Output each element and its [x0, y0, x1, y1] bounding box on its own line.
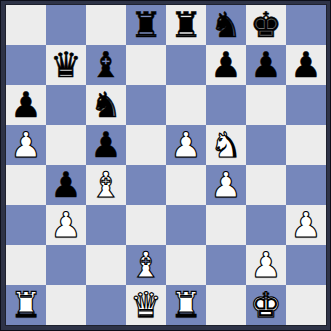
- square-f4[interactable]: ♟: [206, 165, 246, 205]
- black-pawn[interactable]: ♟: [290, 45, 321, 85]
- square-a6[interactable]: ♟: [6, 85, 46, 125]
- square-c5[interactable]: ♟: [86, 125, 126, 165]
- white-knight[interactable]: ♞: [210, 125, 241, 165]
- square-a1[interactable]: ♜: [6, 285, 46, 325]
- square-f7[interactable]: ♟: [206, 45, 246, 85]
- black-pawn[interactable]: ♟: [10, 85, 41, 125]
- square-h8[interactable]: [286, 5, 326, 45]
- square-e7[interactable]: [166, 45, 206, 85]
- white-pawn[interactable]: ♟: [50, 205, 81, 245]
- black-rook[interactable]: ♜: [170, 5, 201, 45]
- white-queen[interactable]: ♛: [130, 285, 161, 325]
- square-h1[interactable]: [286, 285, 326, 325]
- square-e2[interactable]: [166, 245, 206, 285]
- square-c8[interactable]: [86, 5, 126, 45]
- black-knight[interactable]: ♞: [210, 5, 241, 45]
- black-pawn[interactable]: ♟: [90, 125, 121, 165]
- square-g8[interactable]: ♚: [246, 5, 286, 45]
- square-h2[interactable]: [286, 245, 326, 285]
- square-d2[interactable]: ♝: [126, 245, 166, 285]
- square-g2[interactable]: ♟: [246, 245, 286, 285]
- square-f1[interactable]: [206, 285, 246, 325]
- square-f2[interactable]: [206, 245, 246, 285]
- square-d4[interactable]: [126, 165, 166, 205]
- square-d3[interactable]: [126, 205, 166, 245]
- square-d1[interactable]: ♛: [126, 285, 166, 325]
- black-rook[interactable]: ♜: [130, 5, 161, 45]
- square-b8[interactable]: [46, 5, 86, 45]
- square-h3[interactable]: ♟: [286, 205, 326, 245]
- square-a4[interactable]: [6, 165, 46, 205]
- square-g5[interactable]: [246, 125, 286, 165]
- square-a8[interactable]: [6, 5, 46, 45]
- square-a5[interactable]: ♟: [6, 125, 46, 165]
- white-rook[interactable]: ♜: [10, 285, 41, 325]
- square-a2[interactable]: [6, 245, 46, 285]
- white-rook[interactable]: ♜: [170, 285, 201, 325]
- black-bishop[interactable]: ♝: [90, 45, 121, 85]
- black-pawn[interactable]: ♟: [250, 45, 281, 85]
- square-e5[interactable]: ♟: [166, 125, 206, 165]
- square-e6[interactable]: [166, 85, 206, 125]
- white-pawn[interactable]: ♟: [210, 165, 241, 205]
- square-b3[interactable]: ♟: [46, 205, 86, 245]
- square-c7[interactable]: ♝: [86, 45, 126, 85]
- square-g3[interactable]: [246, 205, 286, 245]
- white-pawn[interactable]: ♟: [250, 245, 281, 285]
- square-c1[interactable]: [86, 285, 126, 325]
- square-f6[interactable]: [206, 85, 246, 125]
- black-pawn[interactable]: ♟: [210, 45, 241, 85]
- square-a7[interactable]: [6, 45, 46, 85]
- square-b2[interactable]: [46, 245, 86, 285]
- square-b7[interactable]: ♛: [46, 45, 86, 85]
- square-b4[interactable]: ♟: [46, 165, 86, 205]
- square-a3[interactable]: [6, 205, 46, 245]
- square-h5[interactable]: [286, 125, 326, 165]
- square-g4[interactable]: [246, 165, 286, 205]
- square-g1[interactable]: ♚: [246, 285, 286, 325]
- white-pawn[interactable]: ♟: [170, 125, 201, 165]
- square-c6[interactable]: ♞: [86, 85, 126, 125]
- chess-board: ♜♜♞♚♛♝♟♟♟♟♞♟♟♟♞♟♝♟♟♟♝♟♜♛♜♚: [6, 5, 326, 325]
- square-c3[interactable]: [86, 205, 126, 245]
- square-h7[interactable]: ♟: [286, 45, 326, 85]
- square-g6[interactable]: [246, 85, 286, 125]
- white-pawn[interactable]: ♟: [10, 125, 41, 165]
- square-d8[interactable]: ♜: [126, 5, 166, 45]
- black-queen[interactable]: ♛: [50, 45, 81, 85]
- white-bishop[interactable]: ♝: [130, 245, 161, 285]
- chess-board-frame: ♜♜♞♚♛♝♟♟♟♟♞♟♟♟♞♟♝♟♟♟♝♟♜♛♜♚: [0, 0, 331, 331]
- square-e8[interactable]: ♜: [166, 5, 206, 45]
- square-e3[interactable]: [166, 205, 206, 245]
- square-d6[interactable]: [126, 85, 166, 125]
- square-g7[interactable]: ♟: [246, 45, 286, 85]
- square-h4[interactable]: [286, 165, 326, 205]
- black-knight[interactable]: ♞: [90, 85, 121, 125]
- square-b6[interactable]: [46, 85, 86, 125]
- square-f8[interactable]: ♞: [206, 5, 246, 45]
- square-e1[interactable]: ♜: [166, 285, 206, 325]
- square-d5[interactable]: [126, 125, 166, 165]
- black-king[interactable]: ♚: [250, 5, 281, 45]
- square-h6[interactable]: [286, 85, 326, 125]
- black-pawn[interactable]: ♟: [50, 165, 81, 205]
- square-f5[interactable]: ♞: [206, 125, 246, 165]
- square-e4[interactable]: [166, 165, 206, 205]
- square-c4[interactable]: ♝: [86, 165, 126, 205]
- white-king[interactable]: ♚: [250, 285, 281, 325]
- white-pawn[interactable]: ♟: [290, 205, 321, 245]
- white-bishop[interactable]: ♝: [90, 165, 121, 205]
- square-c2[interactable]: [86, 245, 126, 285]
- square-f3[interactable]: [206, 205, 246, 245]
- square-b1[interactable]: [46, 285, 86, 325]
- square-b5[interactable]: [46, 125, 86, 165]
- square-d7[interactable]: [126, 45, 166, 85]
